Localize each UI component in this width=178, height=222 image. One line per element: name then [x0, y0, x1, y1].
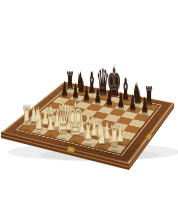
square-h6[interactable] — [133, 114, 150, 122]
file-label-e: e — [69, 143, 74, 146]
chess-set-photo: ♜♞♝♛♚♝♞♜♟♟♟♟♟♟♟♟♟♟♟♟♟♟♟♟♜♞♝♛♚♝♞♜ 8765432… — [0, 0, 178, 222]
board-surface: ♜♞♝♛♚♝♞♜♟♟♟♟♟♟♟♟♟♟♟♟♟♟♟♟♜♞♝♛♚♝♞♜ 8765432… — [1, 81, 174, 164]
square-h1[interactable]: ♜ — [107, 144, 126, 154]
file-label-g: g — [95, 149, 100, 152]
chess-board: ♜♞♝♛♚♝♞♜♟♟♟♟♟♟♟♟♟♟♟♟♟♟♟♟♜♞♝♛♚♝♞♜ 8765432… — [1, 81, 174, 164]
black-pawn[interactable]: ♟ — [94, 85, 101, 104]
white-rook[interactable]: ♜ — [109, 123, 120, 151]
black-pawn[interactable]: ♟ — [140, 94, 148, 114]
rank-label-6: 6 — [48, 97, 52, 99]
white-knight[interactable]: ♞ — [32, 102, 44, 133]
rank-label-7: 7 — [54, 92, 58, 94]
square-h5[interactable] — [128, 119, 145, 127]
file-label-a: a — [20, 131, 25, 134]
squares-grid: ♜♞♝♛♚♝♞♜♟♟♟♟♟♟♟♟♟♟♟♟♟♟♟♟♜♞♝♛♚♝♞♜ — [20, 88, 158, 154]
file-label-d: d — [56, 140, 61, 143]
square-h7[interactable]: ♟ — [138, 108, 154, 116]
file-label-f: f — [82, 146, 86, 149]
white-knight[interactable]: ♞ — [95, 116, 107, 148]
black-pawn[interactable]: ♟ — [128, 92, 136, 112]
rank-label-1: 1 — [15, 123, 20, 126]
file-label-h: h — [108, 153, 113, 156]
white-rook[interactable]: ♜ — [21, 104, 31, 131]
file-label-c: c — [44, 137, 49, 140]
black-pawn[interactable]: ♟ — [105, 88, 113, 108]
black-pawn[interactable]: ♟ — [117, 90, 125, 110]
file-label-b: b — [32, 134, 37, 137]
white-bishop[interactable]: ♝ — [81, 112, 94, 145]
board-scene: ♜♞♝♛♚♝♞♜♟♟♟♟♟♟♟♟♟♟♟♟♟♟♟♟♜♞♝♛♚♝♞♜ 8765432… — [0, 0, 178, 222]
